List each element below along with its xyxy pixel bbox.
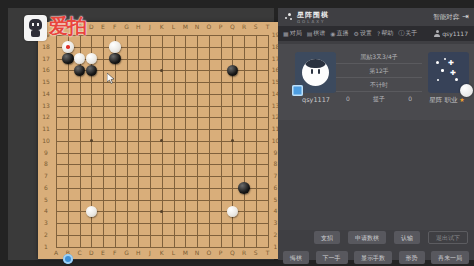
board-cell[interactable] [197,117,209,129]
board-cell[interactable] [91,223,103,235]
board-cell[interactable] [244,82,256,94]
board-cell[interactable] [209,223,221,235]
board-cell[interactable] [244,164,256,176]
board-cell[interactable] [91,153,103,165]
board-cell[interactable] [221,153,233,165]
board-cell[interactable] [174,70,186,82]
board-cell[interactable] [138,211,150,223]
board-cell[interactable] [174,211,186,223]
board-cell[interactable] [127,47,139,59]
board-cell[interactable] [127,106,139,118]
menu-item-直播[interactable]: ◉直播 [330,29,348,38]
board-cell[interactable] [256,141,268,153]
board-cell[interactable] [162,153,174,165]
board-cell[interactable] [174,223,186,235]
board-cell[interactable] [68,141,80,153]
board-cell[interactable] [232,82,244,94]
board-cell[interactable] [150,235,162,247]
board-cell[interactable] [232,35,244,47]
board-cell[interactable] [185,141,197,153]
board-cell[interactable] [162,82,174,94]
board-cell[interactable] [197,200,209,212]
board-cell[interactable] [162,70,174,82]
board-cell[interactable] [197,176,209,188]
board-cell[interactable] [138,141,150,153]
board-cell[interactable] [185,106,197,118]
board-cell[interactable] [185,117,197,129]
board-cell[interactable] [150,141,162,153]
user-menu[interactable]: qsy1117 [434,30,468,37]
board-cell[interactable] [244,47,256,59]
board-cell[interactable] [256,59,268,71]
board-cell[interactable] [68,153,80,165]
board-cell[interactable] [138,235,150,247]
board-cell[interactable] [174,235,186,247]
board-cell[interactable] [127,59,139,71]
board-cell[interactable] [91,176,103,188]
board-cell[interactable] [68,164,80,176]
board-cell[interactable] [150,94,162,106]
board-cell[interactable] [209,117,221,129]
board-cell[interactable] [174,82,186,94]
board-cell[interactable] [162,106,174,118]
board-cell[interactable] [138,47,150,59]
board-cell[interactable] [256,82,268,94]
board-cell[interactable] [127,117,139,129]
board-cell[interactable] [68,129,80,141]
board-cell[interactable] [68,200,80,212]
board-cell[interactable] [91,117,103,129]
board-cell[interactable] [185,35,197,47]
board-cell[interactable] [103,141,115,153]
board-cell[interactable] [244,235,256,247]
board-cell[interactable] [138,164,150,176]
board-cell[interactable] [56,94,68,106]
board-cell[interactable] [256,47,268,59]
board-cell[interactable] [256,235,268,247]
button-下一手[interactable]: 下一手 [316,251,348,264]
board-cell[interactable] [80,164,92,176]
board-cell[interactable] [103,94,115,106]
board-cell[interactable] [150,223,162,235]
menu-item-关于[interactable]: ⓘ关于 [398,29,417,38]
board-cell[interactable] [127,188,139,200]
board-cell[interactable] [244,141,256,153]
board-cell[interactable] [91,164,103,176]
board-cell[interactable] [56,82,68,94]
board-cell[interactable] [56,70,68,82]
board-cell[interactable] [80,188,92,200]
button-支招[interactable]: 支招 [314,231,340,244]
board-cell[interactable] [162,129,174,141]
board-cell[interactable] [56,223,68,235]
board-cell[interactable] [103,164,115,176]
board-cell[interactable] [244,200,256,212]
board-cell[interactable] [138,188,150,200]
board-cell[interactable] [185,223,197,235]
board-cell[interactable] [115,223,127,235]
board-cell[interactable] [56,117,68,129]
board-cell[interactable] [150,188,162,200]
menu-item-对局[interactable]: ▦对局 [283,29,302,38]
board-cell[interactable] [115,129,127,141]
board-cell[interactable] [221,82,233,94]
board-cell[interactable] [115,211,127,223]
board-cell[interactable] [221,94,233,106]
board-cell[interactable] [232,129,244,141]
board-cell[interactable] [256,153,268,165]
board-cell[interactable] [127,176,139,188]
menu-item-帮助[interactable]: ?帮助 [377,29,393,38]
board-cell[interactable] [138,153,150,165]
board-cell[interactable] [232,117,244,129]
board-cell[interactable] [91,35,103,47]
board-cell[interactable] [103,153,115,165]
button-申请数棋[interactable]: 申请数棋 [348,231,386,244]
board-cell[interactable] [80,94,92,106]
board-cell[interactable] [174,153,186,165]
board-cell[interactable] [68,117,80,129]
board-cell[interactable] [150,106,162,118]
board-cell[interactable] [138,117,150,129]
board-cell[interactable] [138,223,150,235]
board-cell[interactable] [103,200,115,212]
board-cell[interactable] [68,211,80,223]
board-cell[interactable] [174,164,186,176]
board-cell[interactable] [197,94,209,106]
board-cell[interactable] [244,70,256,82]
board-cell[interactable] [127,129,139,141]
board-cell[interactable] [91,106,103,118]
board-cell[interactable] [209,164,221,176]
board-cell[interactable] [185,47,197,59]
board-cell[interactable] [150,211,162,223]
board-cell[interactable] [91,188,103,200]
board-cell[interactable] [244,129,256,141]
board-cell[interactable] [209,129,221,141]
menu-item-设置[interactable]: ⚙设置 [354,29,372,38]
board-cell[interactable] [115,141,127,153]
board-cell[interactable] [162,223,174,235]
board-cell[interactable] [174,200,186,212]
board-cell[interactable] [197,141,209,153]
board-cell[interactable] [197,211,209,223]
button-显示手数[interactable]: 显示手数 [354,251,392,264]
board-cell[interactable] [197,82,209,94]
board-cell[interactable] [232,153,244,165]
board-cell[interactable] [91,141,103,153]
board-cell[interactable] [80,141,92,153]
board-cell[interactable] [91,235,103,247]
board-cell[interactable] [185,70,197,82]
button-认输[interactable]: 认输 [394,231,420,244]
board-cell[interactable] [162,35,174,47]
board-cell[interactable] [232,223,244,235]
board-cell[interactable] [221,141,233,153]
board-cell[interactable] [127,70,139,82]
board-cell[interactable] [115,176,127,188]
board-cell[interactable] [256,117,268,129]
board-cell[interactable] [103,188,115,200]
board-cell[interactable] [244,223,256,235]
board-cell[interactable] [103,235,115,247]
board-cell[interactable] [197,153,209,165]
button-形势[interactable]: 形势 [399,251,425,264]
board-cell[interactable] [209,141,221,153]
board-cell[interactable] [103,117,115,129]
board-cell[interactable] [162,176,174,188]
board-cell[interactable] [138,35,150,47]
board-cell[interactable] [209,106,221,118]
board-cell[interactable] [80,117,92,129]
board-cell[interactable] [185,164,197,176]
board-cell[interactable] [68,223,80,235]
board-cell[interactable] [127,211,139,223]
board-cell[interactable] [209,59,221,71]
board-cell[interactable] [232,164,244,176]
board-cell[interactable] [56,200,68,212]
board-cell[interactable] [115,106,127,118]
board-cell[interactable] [56,129,68,141]
board-cell[interactable] [56,176,68,188]
board-cell[interactable] [68,106,80,118]
board-cell[interactable] [103,106,115,118]
board-cell[interactable] [244,94,256,106]
board-cell[interactable] [115,164,127,176]
board-cell[interactable] [221,188,233,200]
board-cell[interactable] [91,94,103,106]
board-cell[interactable] [56,164,68,176]
board-cell[interactable] [197,235,209,247]
board-cell[interactable] [115,200,127,212]
board-cell[interactable] [221,176,233,188]
board-cell[interactable] [115,153,127,165]
board-cell[interactable] [127,35,139,47]
board-cell[interactable] [115,117,127,129]
board-cell[interactable] [115,82,127,94]
board-cell[interactable] [174,106,186,118]
board-cell[interactable] [209,82,221,94]
board-cell[interactable] [68,188,80,200]
board-cell[interactable] [150,82,162,94]
board-cell[interactable] [244,59,256,71]
board-cell[interactable] [256,129,268,141]
board-cell[interactable] [150,117,162,129]
board-cell[interactable] [56,141,68,153]
board-cell[interactable] [244,106,256,118]
board-cell[interactable] [150,47,162,59]
board-cell[interactable] [150,176,162,188]
board-cell[interactable] [115,70,127,82]
go-board[interactable]: AABBCCDDEEFFGGHHJJKKLLMMNNOOPPQQRRSSTT19… [38,22,279,259]
board-cell[interactable] [221,106,233,118]
board-cell[interactable] [162,200,174,212]
board-cell[interactable] [174,188,186,200]
board-cell[interactable] [256,164,268,176]
board-cell[interactable] [256,223,268,235]
board-cell[interactable] [80,223,92,235]
board-cell[interactable] [56,106,68,118]
board-cell[interactable] [138,59,150,71]
board-cell[interactable] [197,106,209,118]
board-cell[interactable] [162,188,174,200]
board-cell[interactable] [185,82,197,94]
board-cell[interactable] [80,153,92,165]
board-cell[interactable] [80,235,92,247]
board-cell[interactable] [162,211,174,223]
board-cell[interactable] [103,211,115,223]
board-cell[interactable] [185,211,197,223]
board-cell[interactable] [115,235,127,247]
board-cell[interactable] [197,59,209,71]
board-cell[interactable] [185,94,197,106]
board-cell[interactable] [221,47,233,59]
board-cell[interactable] [221,35,233,47]
record-button[interactable] [63,254,73,264]
board-cell[interactable] [209,188,221,200]
board-cell[interactable] [209,235,221,247]
board-cell[interactable] [103,176,115,188]
board-cell[interactable] [150,35,162,47]
board-cell[interactable] [256,176,268,188]
board-cell[interactable] [127,164,139,176]
board-cell[interactable] [162,235,174,247]
board-cell[interactable] [197,35,209,47]
board-cell[interactable] [256,200,268,212]
board-cell[interactable] [174,117,186,129]
board-cell[interactable] [244,35,256,47]
board-cell[interactable] [185,59,197,71]
board-cell[interactable] [103,129,115,141]
board-cell[interactable] [162,94,174,106]
board-cell[interactable] [127,82,139,94]
board-cell[interactable] [221,223,233,235]
board-cell[interactable] [244,211,256,223]
board-cell[interactable] [197,129,209,141]
board-cell[interactable] [127,94,139,106]
board-cell[interactable] [185,176,197,188]
board-cell[interactable] [232,47,244,59]
board-cell[interactable] [232,141,244,153]
board-cell[interactable] [256,35,268,47]
exit-icon[interactable]: ⇥ [462,13,469,21]
board-cell[interactable] [185,129,197,141]
board-cell[interactable] [244,153,256,165]
board-cell[interactable] [174,47,186,59]
board-cell[interactable] [256,106,268,118]
board-cell[interactable] [150,70,162,82]
board-cell[interactable] [209,153,221,165]
board-cell[interactable] [174,35,186,47]
board-cell[interactable] [174,176,186,188]
board-cell[interactable] [138,200,150,212]
board-cell[interactable] [91,82,103,94]
board-cell[interactable] [256,188,268,200]
board-cell[interactable] [127,200,139,212]
board-cell[interactable] [185,153,197,165]
board-cell[interactable] [138,82,150,94]
board-cell[interactable] [162,141,174,153]
board-cell[interactable] [221,235,233,247]
button-退出试下[interactable]: 退出试下 [428,231,468,244]
board-cell[interactable] [138,129,150,141]
board-cell[interactable] [185,200,197,212]
board-cell[interactable] [209,35,221,47]
board-cell[interactable] [138,106,150,118]
board-cell[interactable] [115,94,127,106]
board-cell[interactable] [197,47,209,59]
board-cell[interactable] [150,164,162,176]
board-cell[interactable] [162,164,174,176]
board-cell[interactable] [221,117,233,129]
board-cell[interactable] [185,235,197,247]
board-cell[interactable] [197,70,209,82]
board-cell[interactable] [68,235,80,247]
board-cell[interactable] [127,235,139,247]
board-cell[interactable] [56,235,68,247]
board-cell[interactable] [232,106,244,118]
board-cell[interactable] [209,94,221,106]
board-cell[interactable] [197,164,209,176]
board-cell[interactable] [162,59,174,71]
board-cell[interactable] [221,164,233,176]
board-cell[interactable] [115,188,127,200]
board-cell[interactable] [256,70,268,82]
board-cell[interactable] [127,153,139,165]
board-cell[interactable] [232,235,244,247]
board-cell[interactable] [209,211,221,223]
board-cell[interactable] [197,188,209,200]
board-cell[interactable] [80,82,92,94]
board-cell[interactable] [103,223,115,235]
button-悔棋[interactable]: 悔棋 [283,251,309,264]
board-cell[interactable] [174,59,186,71]
board-cell[interactable] [127,141,139,153]
menu-item-棋谱[interactable]: ▤棋谱 [307,29,326,38]
board-cell[interactable] [127,223,139,235]
board-cell[interactable] [174,141,186,153]
board-cell[interactable] [232,94,244,106]
board-cell[interactable] [56,153,68,165]
board-cell[interactable] [209,70,221,82]
board-cell[interactable] [138,176,150,188]
board-cell[interactable] [197,223,209,235]
board-cell[interactable] [209,200,221,212]
board-cell[interactable] [244,117,256,129]
board-cell[interactable] [56,211,68,223]
board-cell[interactable] [138,70,150,82]
board-cell[interactable] [185,188,197,200]
board-cell[interactable] [256,94,268,106]
board-cell[interactable] [162,117,174,129]
button-再来一局[interactable]: 再来一局 [431,251,469,264]
board-cell[interactable] [80,106,92,118]
board-cell[interactable] [209,47,221,59]
board-cell[interactable] [56,188,68,200]
board-cell[interactable] [174,94,186,106]
board-cell[interactable] [80,176,92,188]
board-cell[interactable] [150,153,162,165]
board-cell[interactable] [256,211,268,223]
board-cell[interactable] [138,94,150,106]
board-cell[interactable] [68,176,80,188]
board-cell[interactable] [68,82,80,94]
board-cell[interactable] [209,176,221,188]
board-cell[interactable] [68,94,80,106]
board-cell[interactable] [162,47,174,59]
board-cell[interactable] [174,129,186,141]
board-cell[interactable] [91,129,103,141]
